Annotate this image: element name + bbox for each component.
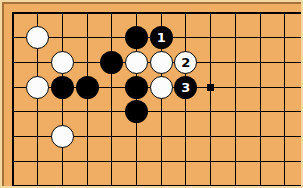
black-stone (125, 76, 148, 99)
black-stone: 3 (174, 76, 197, 99)
white-stone: 2 (174, 51, 197, 74)
white-stone (150, 76, 173, 99)
black-stone (100, 51, 123, 74)
grid-line (12, 185, 301, 186)
move-number-label: 3 (181, 81, 190, 94)
white-stone (26, 26, 49, 49)
white-stone (150, 51, 173, 74)
black-stone (51, 76, 74, 99)
white-stone (51, 125, 74, 148)
black-stone: 1 (150, 26, 173, 49)
move-number-label: 2 (181, 56, 190, 69)
grid-line (12, 111, 301, 112)
board-edge-line-top (12, 12, 301, 15)
black-stone (125, 26, 148, 49)
white-stone (51, 51, 74, 74)
go-board: 132 (2, 2, 302, 187)
black-stone (125, 100, 148, 123)
move-number-label: 1 (157, 31, 166, 44)
square-marker (207, 84, 214, 91)
white-stone (125, 51, 148, 74)
white-stone (26, 76, 49, 99)
go-diagram: 132 (0, 0, 303, 188)
grid-line (12, 161, 301, 162)
black-stone (76, 76, 99, 99)
